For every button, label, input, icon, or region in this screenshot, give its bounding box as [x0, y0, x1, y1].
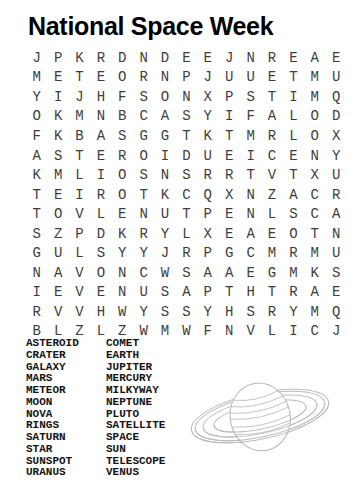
- grid-cell[interactable]: E: [197, 48, 218, 68]
- grid-cell[interactable]: T: [283, 165, 304, 185]
- grid-cell[interactable]: E: [261, 224, 282, 244]
- grid-cell[interactable]: V: [261, 165, 282, 185]
- grid-cell[interactable]: N: [154, 68, 175, 88]
- grid-cell[interactable]: P: [69, 224, 90, 244]
- grid-cell[interactable]: K: [112, 224, 133, 244]
- page-title: National Space Week: [28, 12, 273, 41]
- grid-cell[interactable]: F: [112, 87, 133, 107]
- grid-cell[interactable]: D: [112, 48, 133, 68]
- grid-cell[interactable]: X: [197, 87, 218, 107]
- grid-cell[interactable]: A: [304, 48, 325, 68]
- grid-cell[interactable]: R: [176, 243, 197, 263]
- grid-cell[interactable]: Y: [197, 107, 218, 127]
- grid-cell[interactable]: Y: [325, 146, 346, 166]
- grid-cell[interactable]: S: [240, 87, 261, 107]
- grid-cell[interactable]: U: [325, 243, 346, 263]
- grid-cell[interactable]: N: [90, 107, 111, 127]
- grid-cell[interactable]: K: [304, 263, 325, 283]
- grid-cell[interactable]: S: [47, 146, 68, 166]
- grid-cell[interactable]: J: [154, 243, 175, 263]
- grid-cell[interactable]: S: [133, 87, 154, 107]
- grid-cell[interactable]: Y: [112, 243, 133, 263]
- grid-cell[interactable]: D: [325, 107, 346, 127]
- grid-cell[interactable]: A: [304, 283, 325, 303]
- grid-cell[interactable]: P: [176, 68, 197, 88]
- grid-cell[interactable]: T: [240, 165, 261, 185]
- grid-cell[interactable]: I: [26, 283, 47, 303]
- grid-cell[interactable]: O: [112, 68, 133, 88]
- grid-cell[interactable]: Y: [197, 302, 218, 322]
- grid-cell[interactable]: E: [283, 146, 304, 166]
- grid-cell[interactable]: N: [26, 263, 47, 283]
- grid-cell[interactable]: S: [90, 243, 111, 263]
- grid-cell[interactable]: T: [69, 68, 90, 88]
- worksheet-page: National Space Week JPKRDNDEEJNREAEMETEO…: [0, 0, 354, 500]
- grid-cell[interactable]: C: [240, 243, 261, 263]
- grid-cell[interactable]: T: [26, 185, 47, 205]
- grid-cell[interactable]: N: [219, 322, 240, 342]
- grid-cell[interactable]: V: [69, 302, 90, 322]
- grid-cell[interactable]: O: [304, 126, 325, 146]
- grid-cell[interactable]: O: [154, 87, 175, 107]
- grid-cell[interactable]: Z: [47, 224, 68, 244]
- grid-cell[interactable]: T: [304, 224, 325, 244]
- grid-cell[interactable]: P: [219, 87, 240, 107]
- grid-cell[interactable]: G: [219, 243, 240, 263]
- grid-cell[interactable]: D: [176, 146, 197, 166]
- grid-cell[interactable]: E: [261, 68, 282, 88]
- grid-cell[interactable]: O: [112, 165, 133, 185]
- grid-cell[interactable]: E: [47, 185, 68, 205]
- grid-cell[interactable]: G: [261, 263, 282, 283]
- grid-cell[interactable]: S: [26, 224, 47, 244]
- grid-cell[interactable]: M: [304, 68, 325, 88]
- grid-cell[interactable]: S: [112, 126, 133, 146]
- grid-cell[interactable]: E: [112, 204, 133, 224]
- grid-cell[interactable]: V: [69, 283, 90, 303]
- grid-cell[interactable]: N: [240, 204, 261, 224]
- grid-cell[interactable]: T: [219, 126, 240, 146]
- grid-cell[interactable]: G: [133, 126, 154, 146]
- grid-cell[interactable]: A: [240, 224, 261, 244]
- grid-cell[interactable]: G: [154, 126, 175, 146]
- saturn-illustration: [183, 366, 341, 464]
- grid-cell[interactable]: N: [176, 87, 197, 107]
- word-list-item: CRATER: [26, 350, 106, 362]
- grid-cell[interactable]: X: [197, 224, 218, 244]
- grid-cell[interactable]: A: [47, 263, 68, 283]
- grid-cell[interactable]: L: [261, 322, 282, 342]
- grid-cell[interactable]: T: [283, 68, 304, 88]
- grid-cell[interactable]: E: [240, 263, 261, 283]
- grid-cell[interactable]: A: [154, 107, 175, 127]
- grid-cell[interactable]: Y: [154, 224, 175, 244]
- grid-cell[interactable]: A: [26, 146, 47, 166]
- grid-cell[interactable]: D: [154, 48, 175, 68]
- word-list-item: SUN: [106, 444, 186, 456]
- grid-cell[interactable]: T: [176, 126, 197, 146]
- grid-cell[interactable]: Q: [325, 87, 346, 107]
- grid-cell[interactable]: R: [261, 126, 282, 146]
- grid-cell[interactable]: Y: [133, 302, 154, 322]
- grid-cell[interactable]: T: [261, 87, 282, 107]
- grid-cell[interactable]: O: [26, 107, 47, 127]
- grid-cell[interactable]: T: [176, 204, 197, 224]
- grid-cell[interactable]: Z: [261, 185, 282, 205]
- grid-cell[interactable]: L: [261, 204, 282, 224]
- grid-cell[interactable]: X: [219, 185, 240, 205]
- grid-cell[interactable]: M: [26, 68, 47, 88]
- grid-cell[interactable]: T: [26, 204, 47, 224]
- grid-cell[interactable]: E: [325, 48, 346, 68]
- grid-cell[interactable]: Q: [325, 302, 346, 322]
- grid-cell[interactable]: A: [283, 185, 304, 205]
- grid-cell[interactable]: C: [304, 185, 325, 205]
- grid-cell[interactable]: C: [176, 185, 197, 205]
- grid-cell[interactable]: R: [219, 165, 240, 185]
- word-list-column-1: ASTEROIDCRATERGALAXYMARSMETEORMOONNOVARI…: [26, 338, 106, 479]
- grid-cell[interactable]: L: [69, 243, 90, 263]
- grid-cell[interactable]: M: [240, 126, 261, 146]
- grid-cell[interactable]: S: [133, 165, 154, 185]
- grid-cell[interactable]: J: [197, 68, 218, 88]
- grid-cell[interactable]: E: [90, 146, 111, 166]
- grid-cell[interactable]: K: [47, 126, 68, 146]
- grid-cell[interactable]: S: [154, 283, 175, 303]
- grid-cell[interactable]: I: [283, 322, 304, 342]
- grid-cell[interactable]: J: [219, 48, 240, 68]
- grid-cell[interactable]: N: [133, 204, 154, 224]
- grid-cell[interactable]: L: [283, 107, 304, 127]
- word-list-item: MOON: [26, 397, 106, 409]
- grid-cell[interactable]: G: [26, 243, 47, 263]
- grid-cell[interactable]: N: [154, 165, 175, 185]
- grid-cell[interactable]: K: [47, 107, 68, 127]
- grid-cell[interactable]: I: [47, 87, 68, 107]
- grid-cell[interactable]: P: [47, 48, 68, 68]
- grid-cell[interactable]: X: [304, 165, 325, 185]
- grid-cell[interactable]: E: [90, 283, 111, 303]
- grid-cell[interactable]: V: [47, 302, 68, 322]
- grid-cell[interactable]: E: [47, 283, 68, 303]
- grid-cell[interactable]: U: [197, 146, 218, 166]
- grid-cell[interactable]: S: [176, 107, 197, 127]
- grid-cell[interactable]: T: [261, 283, 282, 303]
- grid-cell[interactable]: S: [154, 302, 175, 322]
- grid-cell[interactable]: M: [304, 243, 325, 263]
- grid-cell[interactable]: L: [69, 165, 90, 185]
- word-list-item: URANUS: [26, 467, 106, 479]
- word-list-item: STAR: [26, 444, 106, 456]
- grid-cell[interactable]: U: [154, 204, 175, 224]
- grid-cell[interactable]: K: [154, 185, 175, 205]
- grid-cell[interactable]: Y: [26, 87, 47, 107]
- word-search-grid: JPKRDNDEEJNREAEMETEORNPJUUETMUYIJHFSONXP…: [26, 48, 347, 341]
- word-list-item: MILKYWAY: [106, 385, 186, 397]
- grid-cell[interactable]: R: [283, 243, 304, 263]
- grid-cell[interactable]: V: [69, 204, 90, 224]
- grid-cell[interactable]: W: [154, 263, 175, 283]
- grid-cell[interactable]: U: [219, 68, 240, 88]
- grid-cell[interactable]: E: [325, 283, 346, 303]
- grid-cell[interactable]: M: [69, 107, 90, 127]
- grid-cell[interactable]: R: [133, 224, 154, 244]
- grid-cell[interactable]: R: [261, 302, 282, 322]
- grid-cell[interactable]: O: [112, 185, 133, 205]
- grid-cell[interactable]: U: [133, 283, 154, 303]
- grid-cell[interactable]: H: [90, 87, 111, 107]
- grid-cell[interactable]: K: [197, 126, 218, 146]
- grid-cell[interactable]: O: [283, 224, 304, 244]
- grid-cell[interactable]: E: [283, 48, 304, 68]
- grid-cell[interactable]: L: [176, 224, 197, 244]
- grid-cell[interactable]: R: [90, 48, 111, 68]
- grid-cell[interactable]: R: [197, 165, 218, 185]
- grid-cell[interactable]: T: [219, 283, 240, 303]
- grid-cell[interactable]: P: [197, 243, 218, 263]
- grid-cell[interactable]: O: [304, 107, 325, 127]
- grid-cell[interactable]: A: [176, 283, 197, 303]
- grid-cell[interactable]: B: [69, 126, 90, 146]
- word-list-item: NEPTUNE: [106, 397, 186, 409]
- grid-cell[interactable]: N: [112, 263, 133, 283]
- grid-cell[interactable]: R: [90, 185, 111, 205]
- grid-cell[interactable]: E: [219, 146, 240, 166]
- grid-cell[interactable]: I: [219, 107, 240, 127]
- grid-cell[interactable]: M: [47, 165, 68, 185]
- word-list-item: EARTH: [106, 350, 186, 362]
- grid-cell[interactable]: I: [240, 146, 261, 166]
- grid-cell[interactable]: R: [283, 283, 304, 303]
- word-list-item: ASTEROID: [26, 338, 106, 350]
- grid-cell[interactable]: E: [47, 68, 68, 88]
- grid-cell[interactable]: E: [176, 48, 197, 68]
- grid-cell[interactable]: A: [325, 204, 346, 224]
- grid-cell[interactable]: Q: [197, 185, 218, 205]
- grid-cell[interactable]: A: [261, 107, 282, 127]
- grid-cell[interactable]: C: [133, 263, 154, 283]
- grid-cell[interactable]: M: [304, 302, 325, 322]
- grid-cell[interactable]: T: [133, 185, 154, 205]
- grid-cell[interactable]: I: [154, 146, 175, 166]
- grid-cell[interactable]: N: [240, 48, 261, 68]
- grid-cell[interactable]: N: [112, 283, 133, 303]
- grid-cell[interactable]: E: [219, 224, 240, 244]
- word-list: ASTEROIDCRATERGALAXYMARSMETEORMOONNOVARI…: [26, 338, 186, 479]
- grid-cell[interactable]: N: [325, 224, 346, 244]
- grid-cell[interactable]: M: [261, 243, 282, 263]
- grid-cell[interactable]: R: [261, 48, 282, 68]
- grid-cell[interactable]: A: [197, 263, 218, 283]
- grid-cell[interactable]: O: [133, 146, 154, 166]
- grid-cell[interactable]: U: [240, 68, 261, 88]
- grid-cell[interactable]: R: [112, 146, 133, 166]
- grid-cell[interactable]: O: [47, 204, 68, 224]
- grid-cell[interactable]: S: [283, 204, 304, 224]
- word-list-item: VENUS: [106, 467, 186, 479]
- grid-cell[interactable]: I: [283, 87, 304, 107]
- grid-cell[interactable]: L: [90, 204, 111, 224]
- word-list-column-2: COMETEARTHJUPITERMERCURYMILKYWAYNEPTUNEP…: [106, 338, 186, 479]
- grid-cell[interactable]: S: [176, 302, 197, 322]
- grid-cell[interactable]: S: [176, 263, 197, 283]
- grid-cell[interactable]: R: [26, 302, 47, 322]
- grid-cell[interactable]: C: [304, 322, 325, 342]
- grid-cell[interactable]: U: [325, 165, 346, 185]
- grid-cell[interactable]: D: [90, 224, 111, 244]
- grid-cell[interactable]: T: [69, 146, 90, 166]
- grid-cell[interactable]: U: [47, 243, 68, 263]
- grid-cell[interactable]: P: [197, 283, 218, 303]
- grid-cell[interactable]: X: [325, 126, 346, 146]
- grid-cell[interactable]: Y: [133, 243, 154, 263]
- grid-cell[interactable]: B: [112, 107, 133, 127]
- grid-cell[interactable]: J: [26, 48, 47, 68]
- grid-cell[interactable]: H: [240, 283, 261, 303]
- grid-cell[interactable]: F: [197, 322, 218, 342]
- grid-cell[interactable]: C: [304, 204, 325, 224]
- grid-cell[interactable]: J: [69, 87, 90, 107]
- grid-cell[interactable]: L: [283, 126, 304, 146]
- grid-cell[interactable]: P: [197, 204, 218, 224]
- grid-cell[interactable]: O: [90, 263, 111, 283]
- grid-cell[interactable]: H: [90, 302, 111, 322]
- grid-cell[interactable]: A: [90, 126, 111, 146]
- grid-cell[interactable]: E: [219, 204, 240, 224]
- word-list-item: SATURN: [26, 432, 106, 444]
- grid-cell[interactable]: M: [304, 87, 325, 107]
- grid-cell[interactable]: S: [240, 302, 261, 322]
- grid-cell[interactable]: F: [26, 126, 47, 146]
- grid-cell[interactable]: K: [26, 165, 47, 185]
- grid-cell[interactable]: S: [176, 165, 197, 185]
- grid-cell[interactable]: U: [325, 68, 346, 88]
- grid-cell[interactable]: N: [133, 48, 154, 68]
- grid-cell[interactable]: F: [240, 107, 261, 127]
- grid-cell[interactable]: V: [240, 322, 261, 342]
- grid-cell[interactable]: J: [325, 322, 346, 342]
- grid-cell[interactable]: Y: [283, 302, 304, 322]
- grid-cell[interactable]: N: [240, 185, 261, 205]
- grid-cell[interactable]: R: [325, 185, 346, 205]
- grid-cell[interactable]: C: [261, 146, 282, 166]
- word-list-item: SPACE: [106, 432, 186, 444]
- grid-cell[interactable]: A: [219, 263, 240, 283]
- word-list-item: COMET: [106, 338, 186, 350]
- grid-cell[interactable]: K: [69, 48, 90, 68]
- grid-cell[interactable]: N: [304, 146, 325, 166]
- grid-cell[interactable]: W: [112, 302, 133, 322]
- grid-cell[interactable]: I: [90, 165, 111, 185]
- grid-cell[interactable]: C: [133, 107, 154, 127]
- grid-cell[interactable]: H: [219, 302, 240, 322]
- word-list-item: METEOR: [26, 385, 106, 397]
- grid-cell[interactable]: M: [283, 263, 304, 283]
- grid-cell[interactable]: V: [69, 263, 90, 283]
- grid-cell[interactable]: E: [90, 68, 111, 88]
- grid-cell[interactable]: I: [69, 185, 90, 205]
- grid-cell[interactable]: R: [133, 68, 154, 88]
- grid-cell[interactable]: S: [325, 263, 346, 283]
